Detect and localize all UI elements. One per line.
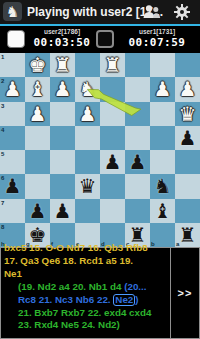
square-h1[interactable]: 1 (0, 53, 25, 77)
square-c4[interactable] (125, 126, 150, 150)
square-c7[interactable] (125, 199, 150, 223)
square-g1[interactable]: ♚ (25, 53, 50, 77)
move-line: 17. Qa3 Qe6 18. Rcd1 a5 19. (4, 255, 169, 268)
move-token[interactable]: 17. Qa3 Qe6 18. Rcd1 a5 19. (4, 255, 133, 266)
square-c3[interactable] (125, 102, 150, 126)
white-king-g1: ♚ (29, 55, 47, 75)
square-a8[interactable]: ♜a (175, 223, 200, 247)
black-player-clock: 00:07:59 (122, 36, 192, 50)
white-pawn-f2: ♟ (54, 79, 72, 99)
square-b5[interactable] (150, 150, 175, 174)
white-knight-e2: ♞ (79, 79, 97, 99)
black-player-name: user1[1731] (122, 28, 192, 36)
square-d2[interactable] (100, 77, 125, 101)
players-icon[interactable] (142, 3, 162, 21)
move-list[interactable]: bxc5 15. O-O Nd7 16. Qb3 Rfb817. Qa3 Qe6… (1, 242, 170, 338)
square-g6[interactable] (25, 174, 50, 198)
black-knight-b6: ♞ (154, 176, 172, 196)
white-pawn-e3: ♟ (79, 104, 97, 124)
rank-label: 7 (1, 200, 4, 206)
move-token[interactable]: (20... (124, 281, 146, 292)
rank-label: 4 (1, 127, 4, 133)
square-h2[interactable]: ♟2 (0, 77, 25, 101)
white-player-name: user2[1786] (27, 28, 97, 36)
square-b3[interactable] (150, 102, 175, 126)
move-line: Ne1 (4, 268, 169, 281)
square-a5[interactable] (175, 150, 200, 174)
rank-label: 3 (1, 103, 4, 109)
white-pawn-b2: ♟ (154, 79, 172, 99)
rank-label: 6 (1, 175, 4, 181)
square-d6[interactable] (100, 174, 125, 198)
square-a7[interactable] (175, 199, 200, 223)
square-c6[interactable] (125, 174, 150, 198)
move-line: Rc8 21. Nc3 Nb6 22. Ne2) (4, 294, 169, 307)
square-g4[interactable] (25, 126, 50, 150)
rank-label: 2 (1, 78, 4, 84)
black-pawn-d5: ♟ (104, 152, 122, 172)
square-f2[interactable]: ♟ (50, 77, 75, 101)
square-f7[interactable]: ♟ (50, 199, 75, 223)
square-d4[interactable] (100, 126, 125, 150)
white-rook-f1: ♜ (54, 55, 72, 75)
square-g3[interactable]: ♟ (25, 102, 50, 126)
move-line: 21. Bxb7 Rxb7 22. exd4 cxd4 (4, 307, 169, 320)
chess-app-screen: ♞ Playing with user2 [17... (0, 0, 200, 339)
black-pawn-a4: ♟ (179, 128, 197, 148)
move-token[interactable]: bxc5 15. O-O Nd7 16. Qb3 Rfb8 (4, 242, 148, 253)
move-token[interactable]: 21. Bxb7 Rxb7 22. exd4 cxd4 (18, 307, 151, 318)
move-line: 23. Rxd4 Ne5 24. Nd2) (4, 319, 169, 332)
black-player-indicator (96, 30, 114, 48)
selected-move[interactable]: Ne2 (113, 294, 135, 306)
white-pawn-a2: ♟ (179, 79, 197, 99)
moves-panel: bxc5 15. O-O Nd7 16. Qb3 Rfb817. Qa3 Qe6… (0, 247, 200, 339)
square-b7[interactable]: ♝ (150, 199, 175, 223)
square-d7[interactable] (100, 199, 125, 223)
square-d1[interactable]: ♜ (100, 53, 125, 77)
square-h5[interactable]: 5 (0, 150, 25, 174)
forward-button[interactable]: >> (170, 248, 199, 338)
black-pawn-h6: ♟ (4, 176, 22, 196)
square-f4[interactable] (50, 126, 75, 150)
move-token[interactable]: 23. Rxd4 Ne5 24. Nd2) (18, 319, 120, 330)
square-f6[interactable] (50, 174, 75, 198)
chess-board: 1♚♜♜♟2♝♟♞♟♟3♟♟♛4♟5♟♟♟6♛♞7♟♟♝8h♚gfed♜cb♜a (0, 53, 200, 247)
square-d3[interactable] (100, 102, 125, 126)
square-a6[interactable] (175, 174, 200, 198)
move-token[interactable]: Rc8 21. Nc3 Nb6 22. (18, 294, 113, 305)
square-a4[interactable]: ♟ (175, 126, 200, 150)
square-b4[interactable] (150, 126, 175, 150)
square-e3[interactable]: ♟ (75, 102, 100, 126)
rank-label: 1 (1, 54, 4, 60)
rank-label: 8 (1, 224, 4, 230)
white-pawn-h2: ♟ (4, 79, 22, 99)
white-bishop-g2: ♝ (29, 79, 47, 99)
square-a1[interactable] (175, 53, 200, 77)
square-a2[interactable]: ♟ (175, 77, 200, 101)
black-queen-e6: ♛ (79, 176, 97, 196)
square-b2[interactable]: ♟ (150, 77, 175, 101)
square-a3[interactable]: ♛ (175, 102, 200, 126)
black-pawn-g7: ♟ (29, 201, 47, 221)
square-e2[interactable]: ♞ (75, 77, 100, 101)
white-player-clock: 00:03:50 (27, 36, 97, 50)
move-line: (19. Nd2 a4 20. Nb1 d4 (20... (4, 281, 169, 294)
move-token[interactable]: Ne1 (4, 268, 22, 279)
square-e5[interactable] (75, 150, 100, 174)
rank-label: 5 (1, 151, 4, 157)
square-f3[interactable] (50, 102, 75, 126)
square-h7[interactable]: 7 (0, 199, 25, 223)
forward-button-label: >> (178, 287, 193, 299)
square-e1[interactable] (75, 53, 100, 77)
black-pawn-f7: ♟ (54, 201, 72, 221)
player-bar: user2[1786] 00:03:50 user1[1731] 00:07:5… (0, 26, 200, 53)
square-e4[interactable] (75, 126, 100, 150)
move-token[interactable]: ) (135, 294, 138, 305)
black-bishop-b7: ♝ (154, 201, 172, 221)
square-c2[interactable] (125, 77, 150, 101)
square-b6[interactable]: ♞ (150, 174, 175, 198)
square-h6[interactable]: ♟6 (0, 174, 25, 198)
square-c5[interactable]: ♟ (125, 150, 150, 174)
square-f5[interactable] (50, 150, 75, 174)
white-pawn-g3: ♟ (29, 104, 47, 124)
black-pawn-c5: ♟ (129, 152, 147, 172)
square-b1[interactable] (150, 53, 175, 77)
square-f1[interactable]: ♜ (50, 53, 75, 77)
square-g5[interactable] (25, 150, 50, 174)
title-bar: ♞ Playing with user2 [17... (0, 0, 200, 24)
app-knight-logo-icon: ♞ (3, 2, 22, 21)
square-e6[interactable]: ♛ (75, 174, 100, 198)
white-queen-a3: ♛ (179, 104, 197, 124)
square-h3[interactable]: 3 (0, 102, 25, 126)
square-g2[interactable]: ♝ (25, 77, 50, 101)
white-rook-d1: ♜ (104, 55, 122, 75)
black-rook-a8: ♜ (179, 225, 197, 245)
square-h4[interactable]: 4 (0, 126, 25, 150)
move-token[interactable]: (19. Nd2 a4 20. Nb1 d4 (18, 281, 124, 292)
square-c1[interactable] (125, 53, 150, 77)
square-d5[interactable]: ♟ (100, 150, 125, 174)
square-g7[interactable]: ♟ (25, 199, 50, 223)
move-line: bxc5 15. O-O Nd7 16. Qb3 Rfb8 (4, 242, 169, 255)
square-e7[interactable] (75, 199, 100, 223)
settings-gear-icon[interactable] (172, 3, 192, 21)
white-player-indicator (7, 30, 25, 48)
